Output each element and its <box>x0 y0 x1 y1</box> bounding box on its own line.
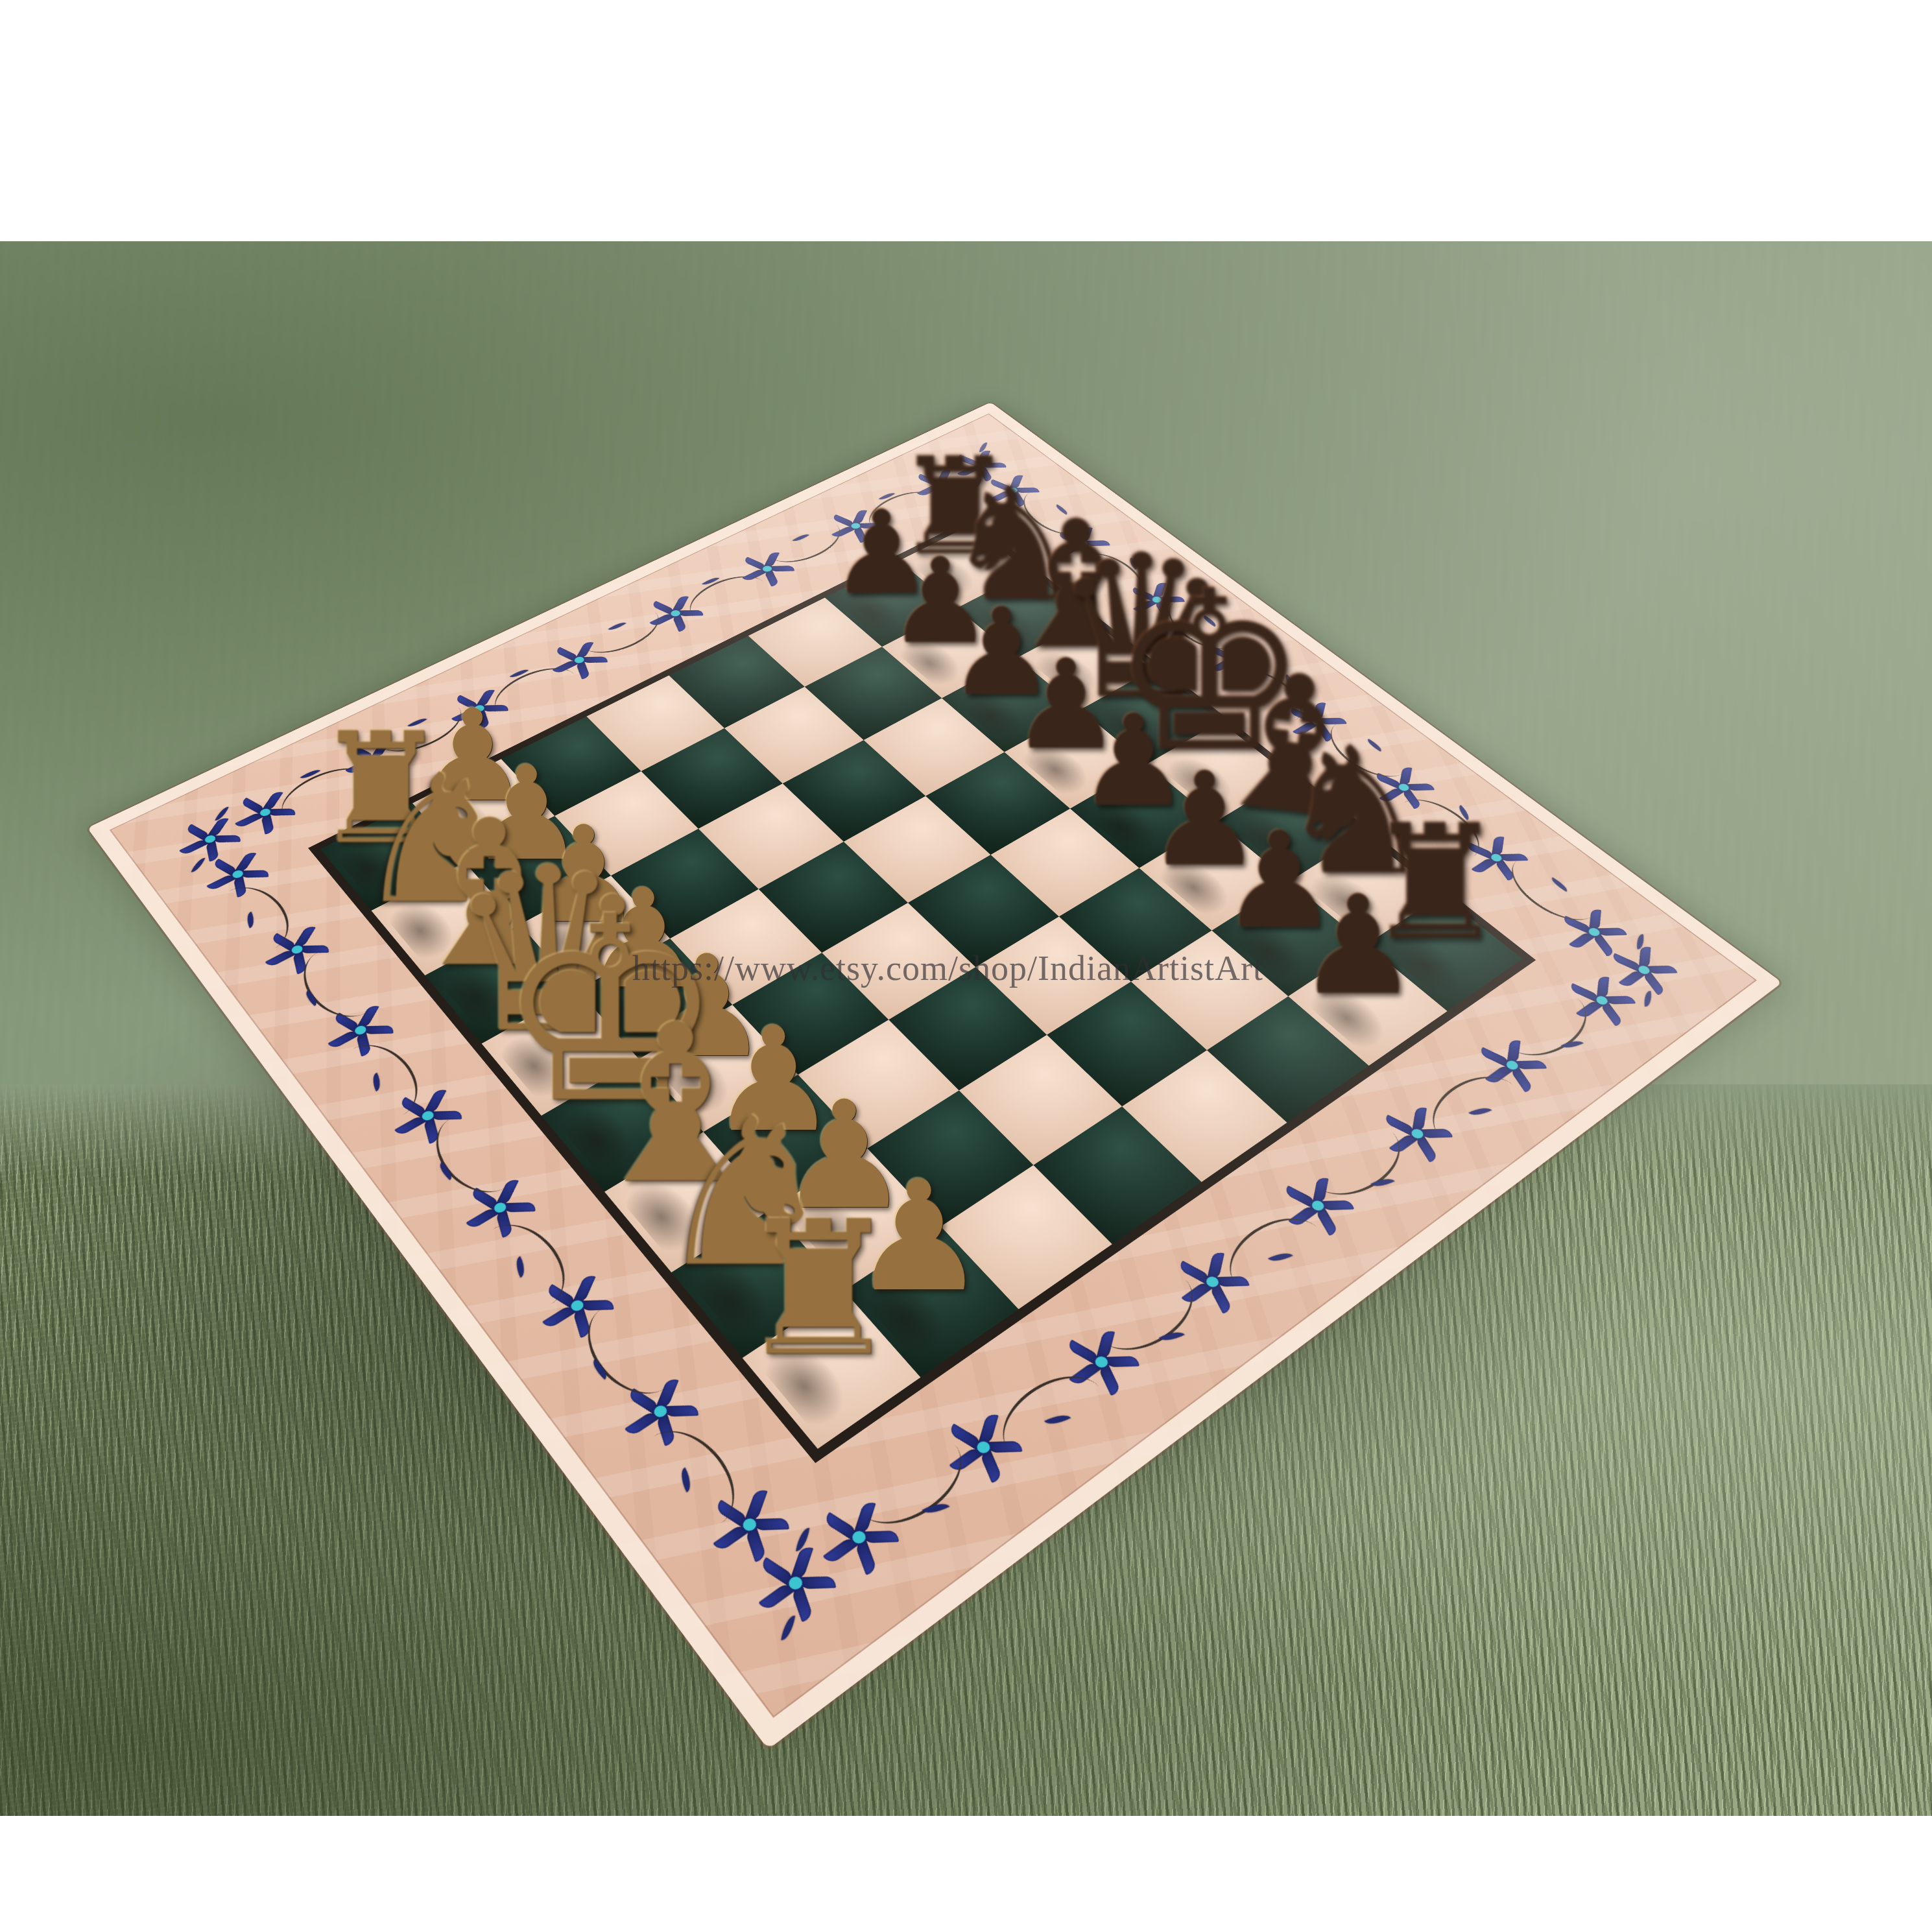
flower-center <box>1309 1199 1326 1213</box>
flower-petal <box>476 689 495 708</box>
flower-petal <box>363 1025 394 1034</box>
inlay-vine <box>1080 545 1158 599</box>
flower-petal <box>759 1581 796 1612</box>
flower-petal <box>1599 1001 1625 1026</box>
inlay-leaf <box>922 1499 949 1518</box>
flower-petal <box>759 1557 796 1586</box>
inlay-vine <box>1101 1280 1211 1366</box>
inlay-vine <box>582 612 671 663</box>
inlay-vine <box>984 1359 1099 1451</box>
flower-petal <box>1069 1361 1102 1387</box>
inlay-vine <box>483 658 575 711</box>
inlay-vine <box>857 484 938 529</box>
flower-petal <box>553 659 579 674</box>
flower-petal <box>672 614 687 632</box>
flower-center <box>573 656 586 665</box>
flower-center <box>492 1200 508 1214</box>
flower-petal <box>1130 588 1156 601</box>
flower-petal <box>990 490 1013 503</box>
flower-petal <box>451 708 479 724</box>
flower-petal <box>916 474 940 486</box>
flower-petal <box>211 859 239 876</box>
flower-petal <box>1015 487 1039 492</box>
flower-center <box>1397 783 1411 793</box>
flower-petal <box>650 601 676 615</box>
flower-petal <box>1159 596 1185 602</box>
flower-petal <box>957 464 981 477</box>
flower-petal <box>1288 708 1316 722</box>
flower-petal <box>1010 491 1026 507</box>
inlay-leaf <box>1635 933 1645 949</box>
flower-petal <box>262 791 283 811</box>
inlay-vine <box>653 1414 754 1523</box>
inlay-leaf <box>588 1359 612 1379</box>
inlay-leaf <box>243 911 257 928</box>
flower-petal <box>495 1209 514 1237</box>
inlay-leaf <box>676 1467 695 1492</box>
inlay-vine <box>1415 1063 1513 1137</box>
flower-petal <box>1383 1115 1416 1136</box>
flower-petal <box>233 876 247 898</box>
flower-petal <box>398 1097 429 1117</box>
flower-petal <box>294 925 316 948</box>
flower-center <box>1093 1355 1110 1370</box>
flower-petal <box>663 1405 698 1416</box>
flower-petal <box>937 486 953 501</box>
inlay-leaf <box>793 532 809 543</box>
flower-petal <box>1611 953 1643 972</box>
flower-petal <box>1096 1330 1115 1361</box>
flower-petal <box>983 462 1007 468</box>
flower-petal <box>370 760 385 780</box>
inlay-leaf <box>369 1073 385 1091</box>
flower-petal <box>1313 1176 1328 1204</box>
flower-petal <box>1315 1207 1339 1235</box>
flower-center <box>231 869 245 879</box>
flower-petal <box>423 1117 440 1144</box>
flower-petal <box>1313 701 1326 720</box>
inlay-leaf <box>781 1614 795 1641</box>
flower-petal <box>979 1449 1003 1483</box>
flower-center <box>203 834 217 844</box>
flower-petal <box>745 1488 768 1523</box>
flower-petal <box>482 705 509 711</box>
flower-petal <box>987 1441 1023 1453</box>
piece-shadow <box>757 1334 861 1433</box>
piece-shadow <box>686 1250 785 1344</box>
inlay-leaf <box>1548 877 1570 891</box>
flower-petal <box>466 1206 499 1230</box>
flower-petal <box>1379 786 1405 803</box>
flower-petal <box>1374 773 1403 789</box>
inlay-leaf <box>973 479 981 490</box>
flower-center <box>473 704 486 713</box>
flower-petal <box>1492 835 1504 857</box>
flower-center <box>669 609 682 617</box>
flower-petal <box>852 527 868 543</box>
inlay-vine <box>1509 998 1604 1069</box>
flower-petal <box>754 1518 789 1531</box>
flower-petal <box>469 1187 501 1210</box>
inlay-vine <box>678 567 764 616</box>
flower-petal <box>240 870 270 877</box>
flower-petal <box>235 852 257 873</box>
flower-petal <box>355 1031 371 1056</box>
flower-petal <box>977 466 994 481</box>
flower-petal <box>265 948 296 968</box>
flower-petal <box>545 1284 578 1308</box>
piece-shadow <box>555 1096 647 1179</box>
flower-center <box>1077 540 1089 547</box>
flower-petal <box>1562 916 1593 934</box>
flower-petal <box>713 1523 749 1553</box>
inlay-leaf <box>215 806 228 821</box>
flower-petal <box>1596 928 1627 936</box>
inlay-vine <box>492 1210 583 1304</box>
flower-center <box>786 1574 805 1592</box>
inlay-leaf <box>512 1256 529 1278</box>
flower-petal <box>1509 1067 1534 1093</box>
flower-center <box>1228 654 1241 663</box>
flower-petal <box>625 1409 660 1437</box>
flower-petal <box>267 809 296 816</box>
inlay-vine <box>1211 1204 1317 1286</box>
flower-petal <box>1414 1135 1439 1162</box>
flower-petal <box>949 1446 984 1474</box>
flower-petal <box>649 612 675 627</box>
flower-petal <box>1639 946 1651 969</box>
flower-petal <box>1592 933 1616 957</box>
inlay-vine <box>1315 723 1403 787</box>
inlay-leaf <box>979 442 987 453</box>
flower-petal <box>1320 1200 1354 1211</box>
flower-petal <box>292 951 307 974</box>
flower-center <box>353 1024 368 1036</box>
flower-center <box>1587 927 1602 938</box>
flower-petal <box>206 873 237 891</box>
inlay-leaf <box>1044 1411 1071 1429</box>
inlay-leaf <box>702 575 720 587</box>
flower-petal <box>1389 1132 1419 1155</box>
flower-petal <box>831 525 856 539</box>
inlay-vine <box>270 757 368 815</box>
flower-petal <box>858 523 883 529</box>
flower-petal <box>1498 853 1528 861</box>
flower-petal <box>1232 660 1251 678</box>
flower-petal <box>1646 966 1678 974</box>
flower-petal <box>1283 1186 1317 1208</box>
inlay-leaf <box>1282 674 1298 688</box>
flower-petal <box>770 566 794 571</box>
inlay-leaf <box>1364 739 1384 752</box>
flower-petal <box>1479 1047 1511 1067</box>
inlay-leaf <box>407 716 427 729</box>
flower-petal <box>1319 717 1347 724</box>
flower-petal <box>542 1304 577 1330</box>
flower-petal <box>475 710 490 729</box>
flower-center <box>420 1110 436 1123</box>
inlay-leaf <box>1053 505 1070 515</box>
inlay-leaf <box>1561 1037 1584 1051</box>
flower-petal <box>207 817 228 838</box>
flower-petal <box>942 482 966 487</box>
flower-petal <box>1514 1060 1547 1069</box>
flower-petal <box>948 1424 983 1450</box>
flower-petal <box>1230 640 1243 658</box>
flower-petal <box>1401 789 1422 809</box>
flower-center <box>569 1298 586 1313</box>
flower-petal <box>1097 1364 1121 1396</box>
flower-center <box>368 754 381 764</box>
flower-petal <box>764 551 780 568</box>
inlay-vine <box>420 1119 506 1206</box>
flower-petal <box>1177 1261 1211 1284</box>
flower-center <box>1594 994 1610 1006</box>
flower-petal <box>328 1029 359 1049</box>
flower-petal <box>656 1413 676 1446</box>
flower-center <box>850 522 862 530</box>
flower-petal <box>573 1274 596 1304</box>
flower-petal <box>496 1178 519 1206</box>
flower-center <box>1310 717 1324 726</box>
flower-petal <box>1057 532 1082 545</box>
flower-petal <box>357 1005 379 1029</box>
inlay-vine <box>289 952 366 1029</box>
flower-petal <box>1060 543 1084 556</box>
bottom-white-margin <box>0 1816 1932 1932</box>
inlay-vine <box>379 707 473 762</box>
inlay-leaf <box>1455 805 1473 820</box>
inlay-vine <box>1316 1132 1418 1210</box>
flower-petal <box>979 1413 999 1446</box>
flower-petal <box>1133 599 1158 613</box>
flower-center <box>1409 1127 1425 1140</box>
flower-petal <box>235 811 264 829</box>
flower-center <box>1151 595 1163 604</box>
flower-petal <box>576 641 593 659</box>
flower-petal <box>764 569 780 586</box>
inlay-vine <box>1154 601 1235 658</box>
flower-petal <box>854 1501 876 1536</box>
inlay-vine <box>569 1309 665 1410</box>
photo-scene: ♜♞♝♛♚♝♞♜♟♟♟♟♟♟♟♟♟♟♟♟♟♟♟♟♜♞♝♛♚♝♞♜ https:/… <box>0 241 1932 1816</box>
flower-petal <box>1080 544 1097 560</box>
flower-petal <box>1406 783 1435 791</box>
inlay-vine <box>1233 660 1317 720</box>
flower-petal <box>261 813 274 834</box>
flower-petal <box>1485 1064 1514 1085</box>
flower-center <box>1204 1274 1221 1289</box>
flower-petal <box>1209 1283 1234 1314</box>
flower-petal <box>1569 931 1595 950</box>
flower-petal <box>346 758 374 775</box>
flower-petal <box>1293 721 1318 737</box>
flower-petal <box>1085 540 1110 546</box>
flower-petal <box>300 945 330 953</box>
flower-center <box>1504 1059 1520 1071</box>
flower-petal <box>1465 842 1495 859</box>
flower-petal <box>1413 1106 1427 1132</box>
flower-petal <box>503 1202 536 1213</box>
inlay-vine <box>1496 860 1592 931</box>
inlay-leaf <box>1200 615 1219 626</box>
flower-petal <box>1153 582 1167 599</box>
flower-petal <box>831 514 855 527</box>
flower-petal <box>791 1545 813 1581</box>
flower-petal <box>1507 1039 1521 1064</box>
flower-petal <box>1314 722 1334 742</box>
inlay-vine <box>1010 492 1084 543</box>
flower-petal <box>349 745 375 761</box>
flower-petal <box>678 610 703 617</box>
flower-petal <box>580 1300 614 1311</box>
flower-petal <box>1471 857 1497 875</box>
inlay-leaf <box>191 857 206 873</box>
flower-center <box>975 1439 993 1455</box>
flower-petal <box>1009 474 1023 490</box>
inlay-leaf <box>510 667 529 679</box>
flower-petal <box>854 1539 877 1575</box>
flower-petal <box>1208 1250 1224 1280</box>
flower-petal <box>1079 527 1093 543</box>
flower-center <box>741 1516 759 1533</box>
inlay-vine <box>229 876 304 949</box>
inlay-leaf <box>608 620 626 632</box>
flower-petal <box>1288 1204 1318 1228</box>
flower-petal <box>582 656 608 663</box>
top-white-margin <box>0 0 1932 241</box>
watermark-text: https://www.etsy.com/shop/IndianArtistAr… <box>632 948 1263 988</box>
inlay-leaf <box>1268 1249 1293 1265</box>
piece-shadow <box>619 1171 714 1259</box>
flower-petal <box>626 1388 661 1414</box>
flower-petal <box>576 661 591 679</box>
inlay-vine <box>769 525 853 571</box>
flower-petal <box>1420 1128 1453 1138</box>
inlay-leaf <box>1468 1104 1492 1119</box>
flower-petal <box>917 484 940 497</box>
flower-petal <box>424 1088 447 1114</box>
flower-petal <box>800 1576 836 1589</box>
flower-petal <box>1569 983 1601 1003</box>
flower-petal <box>863 1531 899 1543</box>
flower-center <box>290 944 304 955</box>
flower-petal <box>1597 975 1609 999</box>
piece-shadow <box>494 1025 583 1103</box>
flower-center <box>1007 486 1019 494</box>
flower-petal <box>573 1307 592 1338</box>
inlay-leaf <box>796 1527 809 1552</box>
flower-petal <box>1619 969 1646 989</box>
flower-petal <box>1590 908 1602 931</box>
flower-petal <box>1576 999 1604 1019</box>
flower-petal <box>672 595 689 613</box>
flower-petal <box>1215 1276 1250 1287</box>
flower-petal <box>184 824 211 841</box>
inlay-leaf <box>302 990 322 1006</box>
flower-petal <box>1207 646 1234 660</box>
inlay-leaf <box>435 1162 457 1180</box>
flower-petal <box>377 756 405 763</box>
flower-petal <box>988 479 1013 492</box>
inlay-leaf <box>879 491 895 501</box>
flower-petal <box>937 469 951 484</box>
flower-petal <box>212 835 242 843</box>
flower-petal <box>977 449 990 464</box>
flower-petal <box>1104 1356 1139 1367</box>
inlay-leaf <box>1126 558 1141 570</box>
flower-center <box>850 1529 868 1545</box>
flower-center <box>258 807 272 817</box>
flower-petal <box>714 1500 750 1528</box>
flower-petal <box>1237 655 1263 662</box>
flower-petal <box>745 1527 767 1562</box>
flower-petal <box>431 1111 463 1121</box>
flower-petal <box>822 1536 859 1566</box>
flower-petal <box>791 1585 814 1622</box>
flower-petal <box>555 647 580 662</box>
inlay-vine <box>861 1444 981 1542</box>
inlay-leaf <box>1160 1328 1185 1344</box>
flower-petal <box>270 933 298 951</box>
flower-center <box>1636 964 1652 976</box>
flower-petal <box>656 1377 678 1410</box>
inlay-leaf <box>300 767 320 781</box>
inlay-vine <box>1403 789 1494 857</box>
flower-center <box>652 1403 669 1419</box>
inlay-leaf <box>1643 990 1653 1008</box>
flower-petal <box>372 739 392 758</box>
flower-center <box>1489 852 1504 863</box>
flower-petal <box>454 695 480 710</box>
flower-petal <box>1604 996 1636 1004</box>
flower-petal <box>332 1012 361 1032</box>
flower-center <box>974 462 986 469</box>
inlay-vine <box>352 1032 433 1115</box>
flower-petal <box>239 798 266 814</box>
flower-petal <box>956 455 980 466</box>
flower-petal <box>822 1512 859 1540</box>
inlay-leaf <box>1371 1175 1395 1190</box>
flower-petal <box>852 509 867 525</box>
flower-petal <box>742 568 767 582</box>
flower-petal <box>743 557 767 570</box>
flower-petal <box>1494 859 1516 881</box>
flower-petal <box>206 841 219 862</box>
flower-center <box>761 565 774 573</box>
flower-petal <box>1641 971 1667 995</box>
flower-petal <box>1154 601 1172 618</box>
flower-petal <box>179 838 209 856</box>
flower-petal <box>1182 1280 1213 1306</box>
flower-petal <box>394 1114 427 1136</box>
flower-petal <box>1400 767 1413 787</box>
flower-center <box>935 481 947 488</box>
flower-petal <box>1210 658 1235 673</box>
flower-petal <box>1066 1340 1101 1365</box>
